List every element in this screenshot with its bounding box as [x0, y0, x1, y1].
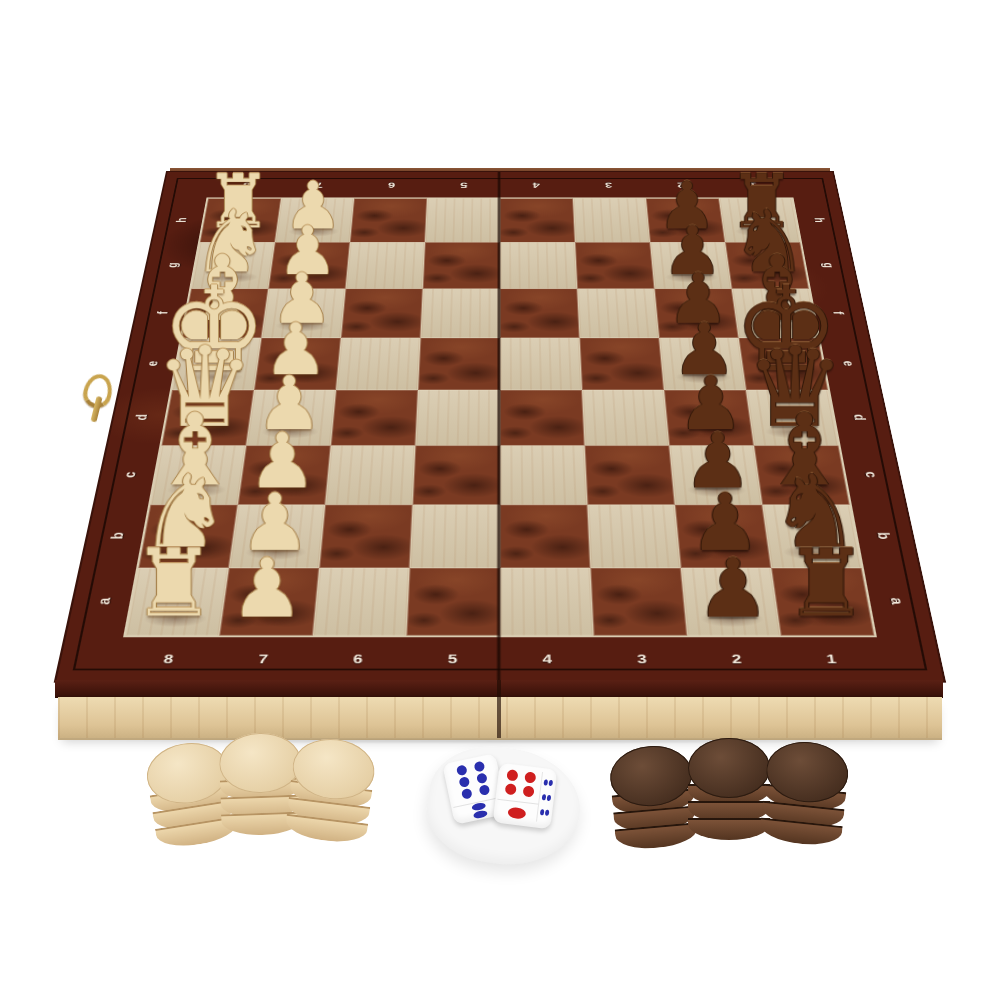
square-g1[interactable] [725, 242, 809, 288]
coord-left-g: g [163, 263, 180, 268]
fold-seam-edge [497, 680, 501, 738]
dice-group [438, 750, 570, 862]
checker-stack[interactable] [284, 734, 378, 845]
die-right-front-face [495, 799, 539, 827]
square-f6[interactable] [341, 289, 423, 338]
coord-top-6: 6 [387, 181, 395, 190]
square-h4[interactable] [500, 199, 575, 243]
die-pip [546, 795, 551, 801]
rook-glyph: ♜ [784, 542, 868, 626]
square-g3[interactable] [575, 242, 654, 288]
coord-right-h: h [811, 218, 827, 223]
piece-light-pawn-a7[interactable]: ♟ [219, 568, 319, 636]
die-pip [548, 780, 553, 786]
square-e6[interactable] [336, 338, 420, 390]
die-pip [474, 761, 486, 773]
dark-checkers-group[interactable] [612, 738, 852, 873]
coord-top-7: 7 [315, 181, 323, 190]
square-f2[interactable] [654, 289, 738, 338]
product-photo: 8765432187654321abcdefghabcdefgh ♜♞♝♛♚♝♞… [0, 0, 1001, 1001]
die-right[interactable] [493, 763, 558, 830]
die-pip [524, 771, 536, 783]
square-h6[interactable] [350, 199, 427, 243]
coord-top-5: 5 [460, 181, 468, 190]
piece-dark-rook-a1[interactable]: ♜ [771, 568, 874, 636]
square-h1[interactable] [719, 199, 800, 243]
coord-top-3: 3 [605, 181, 613, 190]
rook-glyph: ♜ [132, 542, 216, 626]
square-g2[interactable] [650, 242, 732, 288]
die-pip [504, 783, 516, 795]
coord-right-f: f [830, 311, 847, 314]
die-right-top-face [498, 765, 544, 802]
coord-left-h: h [172, 218, 188, 223]
checker-top [688, 738, 770, 798]
pawn-glyph: ♟ [696, 552, 769, 626]
coord-top-8: 8 [242, 181, 251, 190]
square-h8[interactable] [200, 199, 281, 243]
checker-stack[interactable] [608, 743, 699, 852]
piece-dark-pawn-a2[interactable]: ♟ [681, 568, 781, 636]
square-e3[interactable] [580, 338, 664, 390]
square-g7[interactable] [268, 242, 350, 288]
coord-right-g: g [820, 263, 837, 268]
pawn-glyph: ♟ [230, 552, 303, 626]
die-pip [476, 772, 488, 784]
square-f3[interactable] [577, 289, 659, 338]
coord-top-4: 4 [532, 181, 540, 190]
square-f7[interactable] [261, 289, 345, 338]
square-g8[interactable] [191, 242, 275, 288]
square-f4[interactable] [500, 289, 580, 338]
square-e4[interactable] [500, 338, 582, 390]
die-pip [506, 769, 518, 781]
coord-top-1: 1 [749, 181, 758, 190]
square-h5[interactable] [425, 199, 500, 243]
checker-rim [688, 818, 770, 840]
die-pip [545, 810, 550, 816]
chess-board: 8765432187654321abcdefghabcdefgh ♜♞♝♛♚♝♞… [56, 172, 943, 681]
die-pip [507, 807, 526, 820]
die-pip [456, 764, 468, 776]
light-checkers-group[interactable] [150, 733, 390, 868]
square-g6[interactable] [346, 242, 425, 288]
square-h7[interactable] [275, 199, 354, 243]
square-e5[interactable] [418, 338, 500, 390]
die-pip [458, 776, 470, 788]
die-pip [523, 785, 535, 797]
square-h3[interactable] [573, 199, 650, 243]
die-pip [478, 784, 490, 796]
checker-stack[interactable] [759, 738, 851, 848]
square-f5[interactable] [420, 289, 500, 338]
coord-top-2: 2 [677, 181, 685, 190]
square-g4[interactable] [500, 242, 577, 288]
die-pip [461, 788, 473, 800]
square-g5[interactable] [423, 242, 500, 288]
checker-stack[interactable] [688, 738, 770, 840]
square-h2[interactable] [646, 199, 725, 243]
piece-light-rook-a8[interactable]: ♜ [126, 568, 229, 636]
coord-left-f: f [153, 311, 170, 314]
